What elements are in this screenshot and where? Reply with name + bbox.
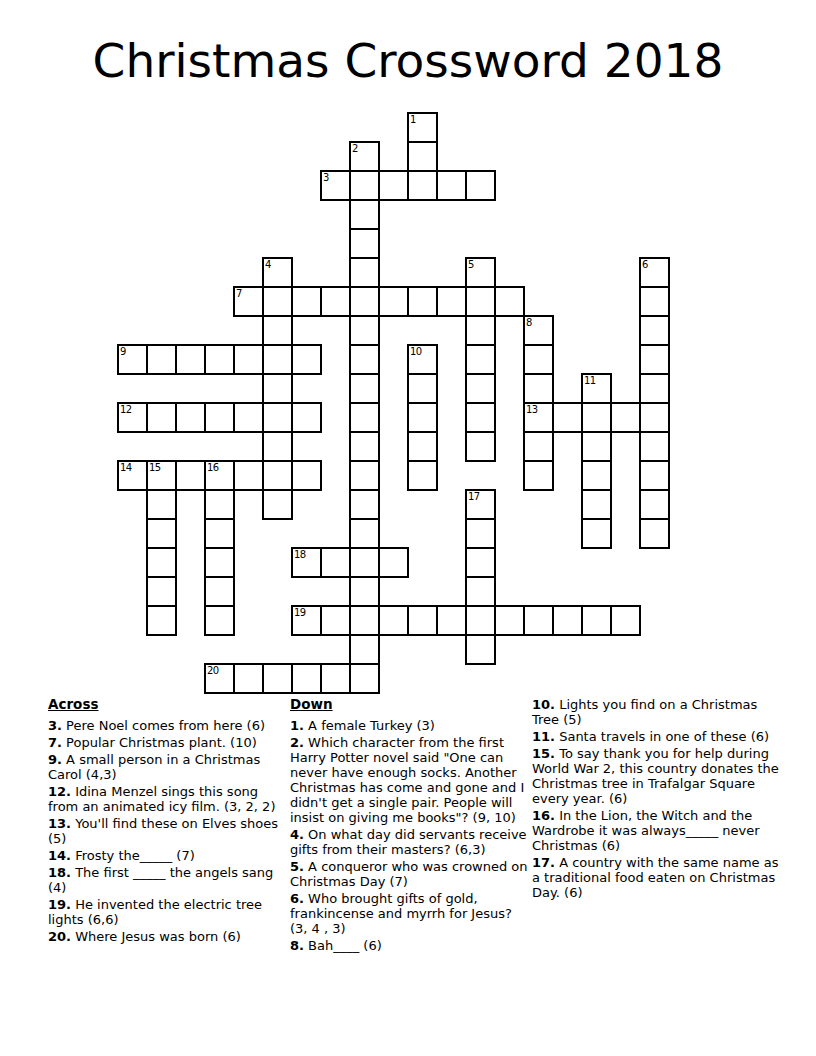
cell-r10c3[interactable] (204, 402, 235, 433)
cell-r7c5[interactable] (262, 315, 293, 346)
cell-r10c17[interactable] (610, 402, 641, 433)
clue-number-label: 1. (290, 718, 304, 733)
cell-r19c5[interactable] (262, 663, 293, 694)
cell-r5c12[interactable]: 5 (465, 257, 496, 288)
cell-r8c12[interactable] (465, 344, 496, 375)
cell-r6c4[interactable]: 7 (233, 286, 264, 317)
cell-r10c10[interactable] (407, 402, 438, 433)
cell-r10c6[interactable] (291, 402, 322, 433)
cell-r14c18[interactable] (639, 518, 670, 549)
cell-r13c3[interactable] (204, 489, 235, 520)
cell-r6c6[interactable] (291, 286, 322, 317)
cell-r11c18[interactable] (639, 431, 670, 462)
cell-r12c5[interactable] (262, 460, 293, 491)
cell-r9c5[interactable] (262, 373, 293, 404)
cell-r10c16[interactable] (581, 402, 612, 433)
cell-r12c18[interactable] (639, 460, 670, 491)
cell-r9c12[interactable] (465, 373, 496, 404)
clue-number-label: 7. (48, 735, 62, 750)
cell-r9c10[interactable] (407, 373, 438, 404)
cell-r10c8[interactable] (349, 402, 380, 433)
clue-6-down: 6. Who brought gifts of gold, frankincen… (290, 891, 530, 936)
cell-r5c5[interactable]: 4 (262, 257, 293, 288)
clue-number: 5 (468, 259, 474, 270)
cell-r6c18[interactable] (639, 286, 670, 317)
clue-14-across: 14. Frosty the_____ (7) (48, 848, 286, 863)
cell-r2c11[interactable] (436, 170, 467, 201)
cell-r5c18[interactable]: 6 (639, 257, 670, 288)
clue-text: You'll find these on Elves shoes (5) (48, 816, 278, 846)
clue-12-across: 12. Idina Menzel sings this song from an… (48, 784, 286, 814)
cell-r4c8[interactable] (349, 228, 380, 259)
clue-11-down: 11. Santa travels in one of these (6) (532, 729, 782, 744)
clue-8-down: 8. Bah____ (6) (290, 938, 530, 953)
down-clue-list-right: 10. Lights you find on a Christmas Tree … (532, 697, 782, 900)
cell-r13c8[interactable] (349, 489, 380, 520)
cell-r14c3[interactable] (204, 518, 235, 549)
cell-r17c15[interactable] (552, 605, 583, 636)
cell-r2c7[interactable]: 3 (320, 170, 351, 201)
cell-r19c8[interactable] (349, 663, 380, 694)
cell-r12c6[interactable] (291, 460, 322, 491)
clue-text: Santa travels in one of these (6) (555, 729, 769, 744)
cell-r6c9[interactable] (378, 286, 409, 317)
cell-r9c18[interactable] (639, 373, 670, 404)
clue-18-across: 18. The first _____ the angels sang (4) (48, 865, 286, 895)
across-clues-column: Across 3. Pere Noel comes from here (6)7… (48, 697, 286, 946)
clue-4-down: 4. On what day did servants receive gift… (290, 827, 530, 857)
cell-r12c10[interactable] (407, 460, 438, 491)
cell-r6c7[interactable] (320, 286, 351, 317)
clue-5-down: 5. A conqueror who was crowned on Christ… (290, 859, 530, 889)
cell-r11c16[interactable] (581, 431, 612, 462)
cell-r10c18[interactable] (639, 402, 670, 433)
clue-number: 7 (236, 288, 242, 299)
cell-r5c8[interactable] (349, 257, 380, 288)
clue-number: 15 (149, 462, 161, 473)
clue-number: 2 (352, 143, 358, 154)
clue-number: 3 (323, 172, 329, 183)
cell-r9c16[interactable]: 11 (581, 373, 612, 404)
clue-text: Where Jesus was born (6) (71, 929, 241, 944)
clue-9-across: 9. A small person in a Christmas Carol (… (48, 752, 286, 782)
cell-r10c14[interactable]: 13 (523, 402, 554, 433)
cell-r15c1[interactable] (146, 547, 177, 578)
down-header: Down (290, 697, 530, 712)
cell-r17c11[interactable] (436, 605, 467, 636)
cell-r11c14[interactable] (523, 431, 554, 462)
cell-r6c12[interactable] (465, 286, 496, 317)
cell-r10c12[interactable] (465, 402, 496, 433)
cell-r14c1[interactable] (146, 518, 177, 549)
cell-r7c12[interactable] (465, 315, 496, 346)
clue-text: A conqueror who was crowned on Christmas… (290, 859, 528, 889)
clue-text: Lights you find on a Christmas Tree (5) (532, 697, 757, 727)
cell-r14c8[interactable] (349, 518, 380, 549)
cell-r8c3[interactable] (204, 344, 235, 375)
cell-r16c3[interactable] (204, 576, 235, 607)
down-clues-column-right: 10. Lights you find on a Christmas Tree … (532, 697, 782, 902)
cell-r10c0[interactable]: 12 (117, 402, 148, 433)
cell-r13c1[interactable] (146, 489, 177, 520)
clue-number-label: 10. (532, 697, 555, 712)
clue-number-label: 8. (290, 938, 304, 953)
clue-number: 16 (207, 462, 219, 473)
crossword-grid: 1234567891011121314151617181920 (117, 112, 670, 694)
clue-number-label: 5. (290, 859, 304, 874)
clue-text: Bah____ (6) (304, 938, 382, 953)
clue-text: He invented the electric tree lights (6,… (48, 897, 262, 927)
clue-13-across: 13. You'll find these on Elves shoes (5) (48, 816, 286, 846)
cell-r10c2[interactable] (175, 402, 206, 433)
clue-text: Which character from the first Harry Pot… (290, 735, 524, 825)
clue-number-label: 13. (48, 816, 71, 831)
cell-r13c12[interactable]: 17 (465, 489, 496, 520)
clue-number-label: 14. (48, 848, 71, 863)
cell-r12c4[interactable] (233, 460, 264, 491)
cell-r10c1[interactable] (146, 402, 177, 433)
cell-r10c15[interactable] (552, 402, 583, 433)
clue-number-label: 11. (532, 729, 555, 744)
cell-r8c8[interactable] (349, 344, 380, 375)
clue-number: 19 (294, 607, 306, 618)
clue-text: A country with the same name as a tradit… (532, 855, 779, 900)
cell-r14c12[interactable] (465, 518, 496, 549)
clue-number-label: 4. (290, 827, 304, 842)
cell-r14c16[interactable] (581, 518, 612, 549)
cell-r12c3[interactable]: 16 (204, 460, 235, 491)
clue-15-down: 15. To say thank you for help during Wor… (532, 746, 782, 806)
clue-number: 20 (207, 665, 219, 676)
cell-r6c8[interactable] (349, 286, 380, 317)
cell-r1c10[interactable] (407, 141, 438, 172)
cell-r15c12[interactable] (465, 547, 496, 578)
clue-text: Frosty the_____ (7) (71, 848, 195, 863)
clue-20-across: 20. Where Jesus was born (6) (48, 929, 286, 944)
cell-r1c8[interactable]: 2 (349, 141, 380, 172)
cell-r8c10[interactable]: 10 (407, 344, 438, 375)
cell-r8c0[interactable]: 9 (117, 344, 148, 375)
cell-r2c9[interactable] (378, 170, 409, 201)
clue-text: Pere Noel comes from here (6) (62, 718, 265, 733)
cell-r19c3[interactable]: 20 (204, 663, 235, 694)
cell-r2c8[interactable] (349, 170, 380, 201)
cell-r19c4[interactable] (233, 663, 264, 694)
cell-r2c10[interactable] (407, 170, 438, 201)
cell-r11c10[interactable] (407, 431, 438, 462)
cell-r15c7[interactable] (320, 547, 351, 578)
cell-r12c8[interactable] (349, 460, 380, 491)
clue-text: Who brought gifts of gold, frankincense … (290, 891, 512, 936)
cell-r6c11[interactable] (436, 286, 467, 317)
cell-r8c14[interactable] (523, 344, 554, 375)
worksheet-page: Christmas Crossword 2018 123456789101112… (0, 0, 816, 1056)
cell-r6c10[interactable] (407, 286, 438, 317)
clue-3-across: 3. Pere Noel comes from here (6) (48, 718, 286, 733)
clue-number-label: 19. (48, 897, 71, 912)
clue-text: A small person in a Christmas Carol (4,3… (48, 752, 260, 782)
clue-text: A female Turkey (3) (304, 718, 435, 733)
clue-number: 10 (410, 346, 422, 357)
clue-number-label: 16. (532, 808, 555, 823)
cell-r12c2[interactable] (175, 460, 206, 491)
clue-number-label: 20. (48, 929, 71, 944)
clue-number: 14 (120, 462, 132, 473)
clue-number: 11 (584, 375, 596, 386)
cell-r9c14[interactable] (523, 373, 554, 404)
clue-number-label: 9. (48, 752, 62, 767)
cell-r17c12[interactable] (465, 605, 496, 636)
cell-r12c16[interactable] (581, 460, 612, 491)
cell-r16c12[interactable] (465, 576, 496, 607)
clue-text: Popular Christmas plant. (10) (62, 735, 257, 750)
clue-text: In the Lion, the Witch and the Wardrobe … (532, 808, 760, 853)
clue-7-across: 7. Popular Christmas plant. (10) (48, 735, 286, 750)
cell-r15c6[interactable]: 18 (291, 547, 322, 578)
across-header: Across (48, 697, 286, 712)
cell-r13c18[interactable] (639, 489, 670, 520)
clue-number: 13 (526, 404, 538, 415)
clue-number: 12 (120, 404, 132, 415)
cell-r8c4[interactable] (233, 344, 264, 375)
clue-number-label: 6. (290, 891, 304, 906)
cell-r17c17[interactable] (610, 605, 641, 636)
clue-number-label: 2. (290, 735, 304, 750)
cell-r17c16[interactable] (581, 605, 612, 636)
cell-r13c5[interactable] (262, 489, 293, 520)
clue-number-label: 17. (532, 855, 555, 870)
cell-r8c2[interactable] (175, 344, 206, 375)
clue-number: 18 (294, 549, 306, 560)
clue-2-down: 2. Which character from the first Harry … (290, 735, 530, 825)
cell-r11c5[interactable] (262, 431, 293, 462)
cell-r8c6[interactable] (291, 344, 322, 375)
cell-r6c13[interactable] (494, 286, 525, 317)
cell-r17c1[interactable] (146, 605, 177, 636)
across-clue-list: 3. Pere Noel comes from here (6)7. Popul… (48, 718, 286, 944)
cell-r6c5[interactable] (262, 286, 293, 317)
cell-r12c0[interactable]: 14 (117, 460, 148, 491)
down-clues-column-left: Down 1. A female Turkey (3)2. Which char… (290, 697, 530, 955)
cell-r3c8[interactable] (349, 199, 380, 230)
cell-r16c1[interactable] (146, 576, 177, 607)
cell-r12c14[interactable] (523, 460, 554, 491)
cell-r18c8[interactable] (349, 634, 380, 665)
cell-r8c18[interactable] (639, 344, 670, 375)
cell-r7c14[interactable]: 8 (523, 315, 554, 346)
cell-r17c7[interactable] (320, 605, 351, 636)
cell-r12c1[interactable]: 15 (146, 460, 177, 491)
clue-10-down: 10. Lights you find on a Christmas Tree … (532, 697, 782, 727)
cell-r19c6[interactable] (291, 663, 322, 694)
cell-r7c18[interactable] (639, 315, 670, 346)
cell-r8c5[interactable] (262, 344, 293, 375)
cell-r17c6[interactable]: 19 (291, 605, 322, 636)
cell-r15c9[interactable] (378, 547, 409, 578)
cell-r8c1[interactable] (146, 344, 177, 375)
cell-r11c12[interactable] (465, 431, 496, 462)
clue-text: To say thank you for help during World W… (532, 746, 779, 806)
clue-number-label: 12. (48, 784, 71, 799)
cell-r19c7[interactable] (320, 663, 351, 694)
clue-number: 17 (468, 491, 480, 502)
clue-16-down: 16. In the Lion, the Witch and the Wardr… (532, 808, 782, 853)
cell-r17c14[interactable] (523, 605, 554, 636)
clue-number: 8 (526, 317, 532, 328)
clue-text: The first _____ the angels sang (4) (48, 865, 273, 895)
cell-r16c8[interactable] (349, 576, 380, 607)
clue-17-down: 17. A country with the same name as a tr… (532, 855, 782, 900)
cell-r15c8[interactable] (349, 547, 380, 578)
clue-number-label: 15. (532, 746, 555, 761)
cell-r17c8[interactable] (349, 605, 380, 636)
page-title: Christmas Crossword 2018 (0, 32, 816, 90)
cell-r15c3[interactable] (204, 547, 235, 578)
cell-r10c5[interactable] (262, 402, 293, 433)
cell-r17c13[interactable] (494, 605, 525, 636)
cell-r18c12[interactable] (465, 634, 496, 665)
cell-r0c10[interactable]: 1 (407, 112, 438, 143)
cell-r17c10[interactable] (407, 605, 438, 636)
cell-r9c8[interactable] (349, 373, 380, 404)
clue-number: 1 (410, 114, 416, 125)
cell-r17c3[interactable] (204, 605, 235, 636)
cell-r10c4[interactable] (233, 402, 264, 433)
clue-text: On what day did servants receive gifts f… (290, 827, 527, 857)
clue-19-across: 19. He invented the electric tree lights… (48, 897, 286, 927)
clue-number: 4 (265, 259, 271, 270)
clue-1-down: 1. A female Turkey (3) (290, 718, 530, 733)
cell-r2c12[interactable] (465, 170, 496, 201)
clue-text: Idina Menzel sings this song from an ani… (48, 784, 275, 814)
cell-r11c8[interactable] (349, 431, 380, 462)
clue-number-label: 3. (48, 718, 62, 733)
clue-number: 9 (120, 346, 126, 357)
down-clue-list-left: 1. A female Turkey (3)2. Which character… (290, 718, 530, 953)
cell-r17c9[interactable] (378, 605, 409, 636)
cell-r13c16[interactable] (581, 489, 612, 520)
cell-r7c8[interactable] (349, 315, 380, 346)
clue-number-label: 18. (48, 865, 71, 880)
clue-number: 6 (642, 259, 648, 270)
